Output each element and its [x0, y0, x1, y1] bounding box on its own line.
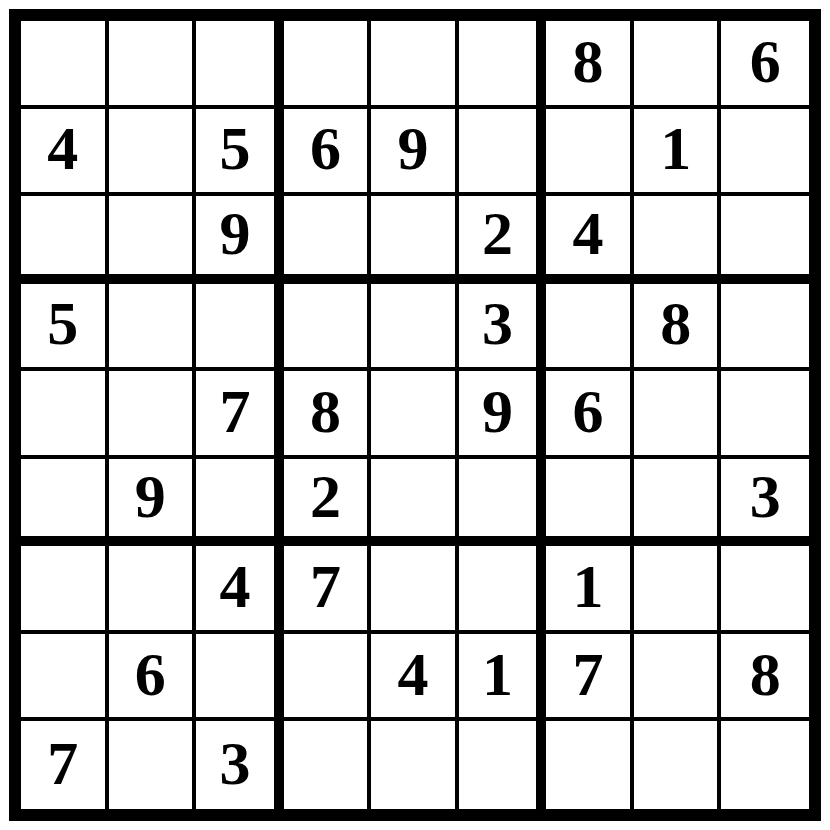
sudoku-cell-r1c8[interactable]: [634, 21, 722, 109]
sudoku-cell-r5c8[interactable]: [634, 371, 722, 459]
sudoku-cell-r9c3[interactable]: 3: [196, 721, 284, 809]
given-digit: 9: [482, 380, 513, 442]
sudoku-cell-r5c1[interactable]: [21, 371, 109, 459]
sudoku-cell-r7c5[interactable]: [371, 546, 459, 634]
sudoku-cell-r1c2[interactable]: [109, 21, 197, 109]
sudoku-cell-r1c3[interactable]: [196, 21, 284, 109]
given-digit: 4: [397, 643, 428, 705]
sudoku-cell-r4c4[interactable]: [284, 284, 372, 372]
given-digit: 1: [482, 643, 513, 705]
sudoku-cell-r8c6[interactable]: 1: [459, 634, 547, 722]
sudoku-cell-r6c3[interactable]: [196, 459, 284, 547]
sudoku-cell-r9c6[interactable]: [459, 721, 547, 809]
sudoku-cell-r6c2[interactable]: 9: [109, 459, 197, 547]
sudoku-cell-r4c7[interactable]: [546, 284, 634, 372]
given-digit: 4: [219, 555, 250, 617]
sudoku-cell-r1c5[interactable]: [371, 21, 459, 109]
sudoku-cell-r4c6[interactable]: 3: [459, 284, 547, 372]
given-digit: 5: [219, 117, 250, 179]
sudoku-cell-r3c2[interactable]: [109, 196, 197, 284]
sudoku-cell-r4c9[interactable]: [721, 284, 809, 372]
given-digit: 4: [573, 202, 604, 264]
given-digit: 6: [135, 643, 166, 705]
sudoku-cell-r8c2[interactable]: 6: [109, 634, 197, 722]
sudoku-cell-r5c6[interactable]: 9: [459, 371, 547, 459]
sudoku-cell-r8c8[interactable]: [634, 634, 722, 722]
sudoku-cell-r4c3[interactable]: [196, 284, 284, 372]
sudoku-cell-r1c9[interactable]: 6: [721, 21, 809, 109]
sudoku-cell-r6c9[interactable]: 3: [721, 459, 809, 547]
sudoku-cell-r4c5[interactable]: [371, 284, 459, 372]
sudoku-cell-r7c9[interactable]: [721, 546, 809, 634]
given-digit: 1: [660, 117, 691, 179]
sudoku-cell-r3c5[interactable]: [371, 196, 459, 284]
sudoku-cell-r5c5[interactable]: [371, 371, 459, 459]
given-digit: 8: [750, 643, 781, 705]
sudoku-cell-r1c1[interactable]: [21, 21, 109, 109]
sudoku-cell-r1c4[interactable]: [284, 21, 372, 109]
given-digit: 6: [573, 380, 604, 442]
given-digit: 2: [310, 465, 341, 527]
sudoku-cell-r4c8[interactable]: 8: [634, 284, 722, 372]
sudoku-cell-r2c9[interactable]: [721, 109, 809, 197]
sudoku-cell-r1c6[interactable]: [459, 21, 547, 109]
sudoku-cell-r3c6[interactable]: 2: [459, 196, 547, 284]
sudoku-cell-r9c9[interactable]: [721, 721, 809, 809]
sudoku-page: 864569192453878969234716417873: [0, 0, 830, 830]
sudoku-board: 864569192453878969234716417873: [9, 9, 821, 821]
sudoku-cell-r8c3[interactable]: [196, 634, 284, 722]
sudoku-cell-r7c8[interactable]: [634, 546, 722, 634]
given-digit: 9: [135, 465, 166, 527]
sudoku-cell-r3c8[interactable]: [634, 196, 722, 284]
sudoku-cell-r2c1[interactable]: 4: [21, 109, 109, 197]
given-digit: 6: [310, 117, 341, 179]
sudoku-cell-r7c4[interactable]: 7: [284, 546, 372, 634]
sudoku-cell-r6c1[interactable]: [21, 459, 109, 547]
sudoku-cell-r2c3[interactable]: 5: [196, 109, 284, 197]
sudoku-cell-r8c4[interactable]: [284, 634, 372, 722]
sudoku-cell-r5c7[interactable]: 6: [546, 371, 634, 459]
sudoku-cell-r2c7[interactable]: [546, 109, 634, 197]
sudoku-cell-r3c7[interactable]: 4: [546, 196, 634, 284]
sudoku-cell-r8c9[interactable]: 8: [721, 634, 809, 722]
sudoku-cell-r8c1[interactable]: [21, 634, 109, 722]
sudoku-cell-r2c8[interactable]: 1: [634, 109, 722, 197]
sudoku-cell-r4c1[interactable]: 5: [21, 284, 109, 372]
given-digit: 9: [397, 117, 428, 179]
sudoku-cell-r7c3[interactable]: 4: [196, 546, 284, 634]
sudoku-cell-r2c5[interactable]: 9: [371, 109, 459, 197]
sudoku-cell-r3c9[interactable]: [721, 196, 809, 284]
sudoku-cell-r3c3[interactable]: 9: [196, 196, 284, 284]
sudoku-cell-r7c7[interactable]: 1: [546, 546, 634, 634]
sudoku-cell-r3c4[interactable]: [284, 196, 372, 284]
sudoku-cell-r7c2[interactable]: [109, 546, 197, 634]
given-digit: 8: [660, 292, 691, 354]
given-digit: 7: [47, 732, 78, 794]
given-digit: 8: [310, 380, 341, 442]
sudoku-cell-r1c7[interactable]: 8: [546, 21, 634, 109]
sudoku-cell-r9c8[interactable]: [634, 721, 722, 809]
given-digit: 9: [219, 202, 250, 264]
sudoku-cell-r9c2[interactable]: [109, 721, 197, 809]
given-digit: 3: [750, 465, 781, 527]
sudoku-cell-r2c6[interactable]: [459, 109, 547, 197]
given-digit: 5: [47, 292, 78, 354]
sudoku-cell-r3c1[interactable]: [21, 196, 109, 284]
sudoku-cell-r5c3[interactable]: 7: [196, 371, 284, 459]
sudoku-cell-r9c7[interactable]: [546, 721, 634, 809]
given-digit: 1: [573, 555, 604, 617]
sudoku-cell-r6c4[interactable]: 2: [284, 459, 372, 547]
sudoku-cell-r7c6[interactable]: [459, 546, 547, 634]
sudoku-cell-r4c2[interactable]: [109, 284, 197, 372]
given-digit: 7: [219, 380, 250, 442]
sudoku-cell-r8c5[interactable]: 4: [371, 634, 459, 722]
given-digit: 7: [573, 643, 604, 705]
sudoku-cell-r6c6[interactable]: [459, 459, 547, 547]
sudoku-cell-r9c4[interactable]: [284, 721, 372, 809]
given-digit: 3: [482, 292, 513, 354]
sudoku-cell-r5c9[interactable]: [721, 371, 809, 459]
given-digit: 2: [482, 202, 513, 264]
given-digit: 8: [573, 30, 604, 92]
sudoku-cell-r6c5[interactable]: [371, 459, 459, 547]
sudoku-cell-r6c8[interactable]: [634, 459, 722, 547]
sudoku-cell-r5c4[interactable]: 8: [284, 371, 372, 459]
given-digit: 4: [47, 117, 78, 179]
sudoku-cell-r5c2[interactable]: [109, 371, 197, 459]
given-digit: 3: [219, 732, 250, 794]
sudoku-cell-r8c7[interactable]: 7: [546, 634, 634, 722]
sudoku-cell-r6c7[interactable]: [546, 459, 634, 547]
sudoku-cell-r2c2[interactable]: [109, 109, 197, 197]
given-digit: 6: [750, 30, 781, 92]
sudoku-cell-r7c1[interactable]: [21, 546, 109, 634]
sudoku-cell-r9c5[interactable]: [371, 721, 459, 809]
given-digit: 7: [310, 555, 341, 617]
sudoku-cell-r2c4[interactable]: 6: [284, 109, 372, 197]
sudoku-cell-r9c1[interactable]: 7: [21, 721, 109, 809]
